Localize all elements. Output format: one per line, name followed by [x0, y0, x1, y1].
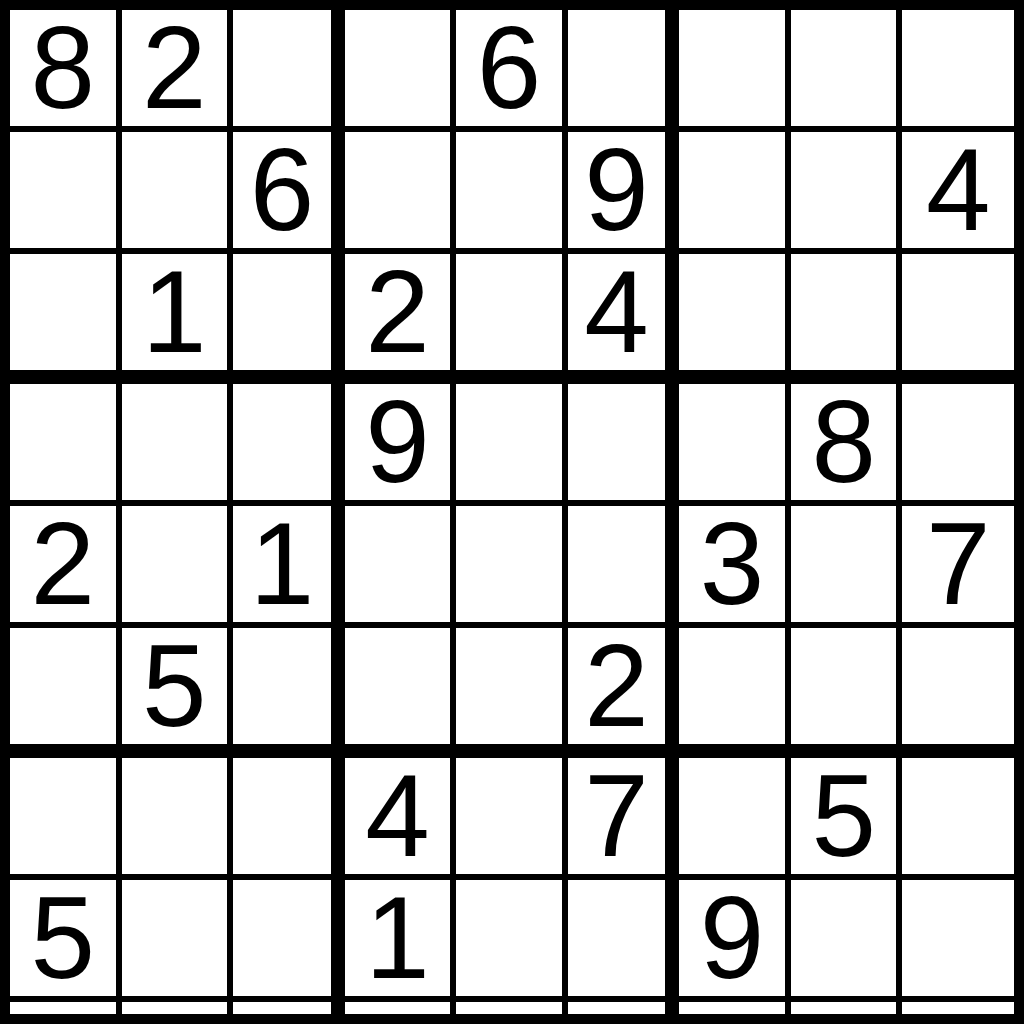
given-cell-r7c6: 7: [568, 758, 680, 880]
given-cell-r5c1: 2: [10, 506, 122, 628]
empty-cell-r6c8[interactable]: [791, 628, 903, 758]
empty-cell-r9c2[interactable]: [122, 1002, 234, 1024]
given-cell-r6c2: 5: [122, 628, 234, 758]
given-cell-r3c2: 1: [122, 254, 234, 384]
empty-cell-r3c7[interactable]: [679, 254, 791, 384]
given-cell-r3c6: 4: [568, 254, 680, 384]
empty-cell-r7c9[interactable]: [902, 758, 1014, 880]
empty-cell-r8c2[interactable]: [122, 880, 234, 1002]
empty-cell-r7c3[interactable]: [233, 758, 345, 880]
given-cell-r6c6: 2: [568, 628, 680, 758]
empty-cell-r6c5[interactable]: [456, 628, 568, 758]
empty-cell-r9c7[interactable]: [679, 1002, 791, 1024]
empty-cell-r9c4[interactable]: [345, 1002, 457, 1024]
empty-cell-r9c1[interactable]: [10, 1002, 122, 1024]
given-cell-r1c1: 8: [10, 10, 122, 132]
given-cell-r8c7: 9: [679, 880, 791, 1002]
given-cell-r8c1: 5: [10, 880, 122, 1002]
given-cell-r9c9: 1: [902, 1002, 1014, 1024]
empty-cell-r6c1[interactable]: [10, 628, 122, 758]
empty-cell-r4c5[interactable]: [456, 384, 568, 506]
given-cell-r2c3: 6: [233, 132, 345, 254]
empty-cell-r5c5[interactable]: [456, 506, 568, 628]
empty-cell-r4c1[interactable]: [10, 384, 122, 506]
given-cell-r1c5: 6: [456, 10, 568, 132]
given-cell-r4c4: 9: [345, 384, 457, 506]
empty-cell-r1c4[interactable]: [345, 10, 457, 132]
empty-cell-r8c8[interactable]: [791, 880, 903, 1002]
empty-cell-r5c4[interactable]: [345, 506, 457, 628]
given-cell-r8c4: 1: [345, 880, 457, 1002]
empty-cell-r7c2[interactable]: [122, 758, 234, 880]
empty-cell-r4c2[interactable]: [122, 384, 234, 506]
empty-cell-r3c5[interactable]: [456, 254, 568, 384]
given-cell-r7c8: 5: [791, 758, 903, 880]
empty-cell-r2c2[interactable]: [122, 132, 234, 254]
empty-cell-r4c7[interactable]: [679, 384, 791, 506]
empty-cell-r1c7[interactable]: [679, 10, 791, 132]
empty-cell-r6c3[interactable]: [233, 628, 345, 758]
empty-cell-r7c7[interactable]: [679, 758, 791, 880]
empty-cell-r6c7[interactable]: [679, 628, 791, 758]
given-cell-r4c8: 8: [791, 384, 903, 506]
empty-cell-r3c8[interactable]: [791, 254, 903, 384]
empty-cell-r5c2[interactable]: [122, 506, 234, 628]
empty-cell-r2c1[interactable]: [10, 132, 122, 254]
empty-cell-r1c6[interactable]: [568, 10, 680, 132]
given-cell-r3c4: 2: [345, 254, 457, 384]
empty-cell-r9c6[interactable]: [568, 1002, 680, 1024]
empty-cell-r4c3[interactable]: [233, 384, 345, 506]
empty-cell-r5c6[interactable]: [568, 506, 680, 628]
empty-cell-r1c9[interactable]: [902, 10, 1014, 132]
sudoku-board: 82669412498213752475519361: [0, 0, 1024, 1024]
given-cell-r7c4: 4: [345, 758, 457, 880]
empty-cell-r1c3[interactable]: [233, 10, 345, 132]
empty-cell-r2c5[interactable]: [456, 132, 568, 254]
empty-cell-r6c4[interactable]: [345, 628, 457, 758]
given-cell-r5c3: 1: [233, 506, 345, 628]
empty-cell-r8c3[interactable]: [233, 880, 345, 1002]
given-cell-r2c6: 9: [568, 132, 680, 254]
empty-cell-r2c7[interactable]: [679, 132, 791, 254]
empty-cell-r4c9[interactable]: [902, 384, 1014, 506]
empty-cell-r7c1[interactable]: [10, 758, 122, 880]
empty-cell-r9c3[interactable]: [233, 1002, 345, 1024]
given-cell-r5c9: 7: [902, 506, 1014, 628]
empty-cell-r2c8[interactable]: [791, 132, 903, 254]
empty-cell-r7c5[interactable]: [456, 758, 568, 880]
given-cell-r9c5: 3: [456, 1002, 568, 1024]
empty-cell-r8c6[interactable]: [568, 880, 680, 1002]
empty-cell-r8c5[interactable]: [456, 880, 568, 1002]
empty-cell-r4c6[interactable]: [568, 384, 680, 506]
given-cell-r9c8: 6: [791, 1002, 903, 1024]
given-cell-r5c7: 3: [679, 506, 791, 628]
empty-cell-r1c8[interactable]: [791, 10, 903, 132]
given-cell-r2c9: 4: [902, 132, 1014, 254]
empty-cell-r2c4[interactable]: [345, 132, 457, 254]
empty-cell-r8c9[interactable]: [902, 880, 1014, 1002]
empty-cell-r5c8[interactable]: [791, 506, 903, 628]
empty-cell-r6c9[interactable]: [902, 628, 1014, 758]
given-cell-r1c2: 2: [122, 10, 234, 132]
empty-cell-r3c3[interactable]: [233, 254, 345, 384]
empty-cell-r3c9[interactable]: [902, 254, 1014, 384]
empty-cell-r3c1[interactable]: [10, 254, 122, 384]
